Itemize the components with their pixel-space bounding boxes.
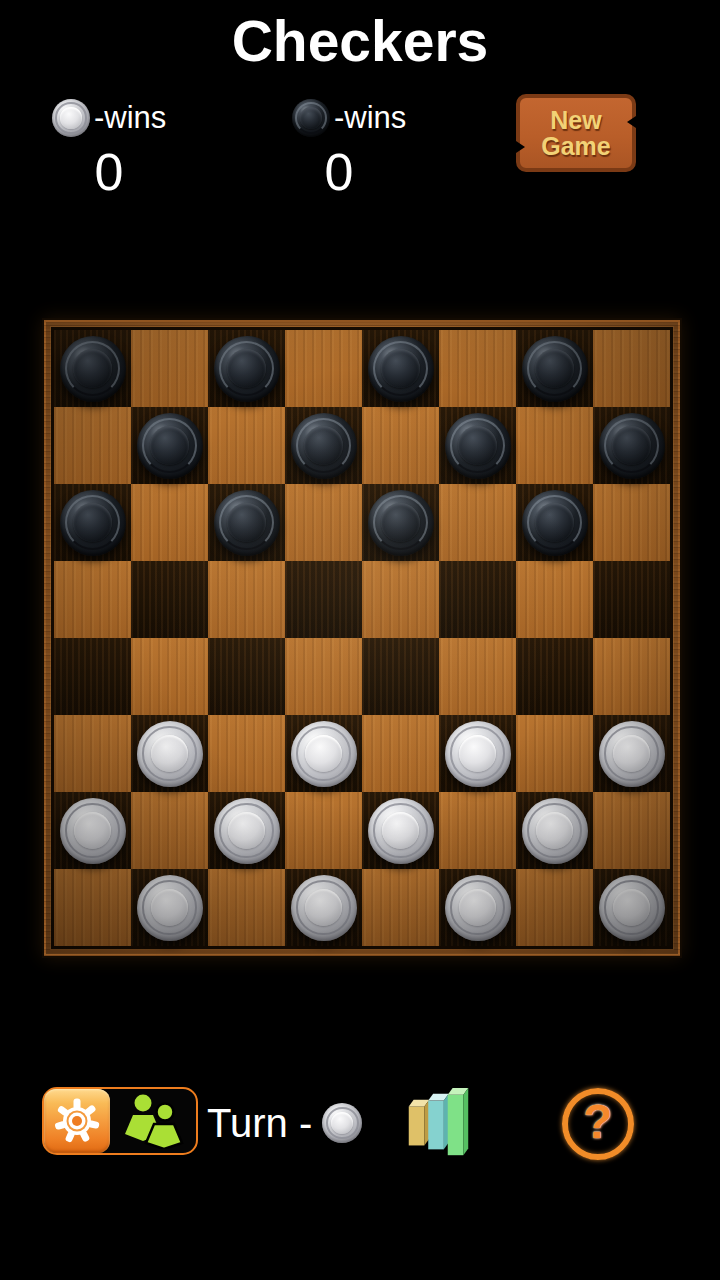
black-piece[interactable]: ⛂ xyxy=(60,490,126,556)
square-c4[interactable] xyxy=(208,638,285,715)
question-mark-glyph: ? xyxy=(583,1098,612,1146)
black-score-group: -wins 0 xyxy=(292,96,442,202)
square-g3[interactable] xyxy=(516,715,593,792)
bar-chart-icon xyxy=(406,1085,470,1163)
square-a8[interactable]: ⛂ xyxy=(54,330,131,407)
white-piece[interactable]: ⛀ xyxy=(137,721,203,787)
turn-indicator: Turn - xyxy=(207,1100,362,1146)
board-frame: ⛂⛂⛂⛂⛂⛂⛂⛂⛂⛂⛂⛂⛀⛀⛀⛀⛀⛀⛀⛀⛀⛀⛀⛀ xyxy=(42,318,682,958)
black-piece[interactable]: ⛂ xyxy=(214,336,280,402)
square-b6[interactable] xyxy=(131,484,208,561)
square-g5[interactable] xyxy=(516,561,593,638)
black-piece[interactable]: ⛂ xyxy=(368,336,434,402)
black-score-value: 0 xyxy=(274,142,404,202)
white-piece[interactable]: ⛀ xyxy=(445,875,511,941)
square-a3[interactable] xyxy=(54,715,131,792)
black-wins-label: -wins xyxy=(334,100,406,136)
players-button[interactable] xyxy=(110,1089,196,1153)
white-piece[interactable]: ⛀ xyxy=(599,875,665,941)
square-b2[interactable] xyxy=(131,792,208,869)
square-f3[interactable]: ⛀ xyxy=(439,715,516,792)
square-a2[interactable]: ⛀ xyxy=(54,792,131,869)
square-b8[interactable] xyxy=(131,330,208,407)
white-piece[interactable]: ⛀ xyxy=(368,798,434,864)
square-h6[interactable] xyxy=(593,484,670,561)
square-b5[interactable] xyxy=(131,561,208,638)
square-e8[interactable]: ⛂ xyxy=(362,330,439,407)
square-d6[interactable] xyxy=(285,484,362,561)
square-c5[interactable] xyxy=(208,561,285,638)
new-game-button[interactable]: New Game xyxy=(516,94,636,172)
square-f1[interactable]: ⛀ xyxy=(439,869,516,946)
settings-button[interactable] xyxy=(44,1089,110,1153)
square-c7[interactable] xyxy=(208,407,285,484)
white-piece[interactable]: ⛀ xyxy=(445,721,511,787)
black-piece[interactable]: ⛂ xyxy=(368,490,434,556)
turn-label: Turn - xyxy=(207,1100,312,1146)
square-g4[interactable] xyxy=(516,638,593,715)
new-game-label-line1: New xyxy=(550,107,601,133)
square-f6[interactable] xyxy=(439,484,516,561)
square-h1[interactable]: ⛀ xyxy=(593,869,670,946)
white-score-group: -wins 0 xyxy=(52,96,202,202)
square-g2[interactable]: ⛀ xyxy=(516,792,593,869)
square-e7[interactable] xyxy=(362,407,439,484)
square-f4[interactable] xyxy=(439,638,516,715)
square-f5[interactable] xyxy=(439,561,516,638)
gear-icon xyxy=(53,1097,101,1145)
white-piece[interactable]: ⛀ xyxy=(214,798,280,864)
square-e2[interactable]: ⛀ xyxy=(362,792,439,869)
square-b1[interactable]: ⛀ xyxy=(131,869,208,946)
square-f8[interactable] xyxy=(439,330,516,407)
square-a4[interactable] xyxy=(54,638,131,715)
square-g1[interactable] xyxy=(516,869,593,946)
square-f7[interactable]: ⛂ xyxy=(439,407,516,484)
white-piece[interactable]: ⛀ xyxy=(60,798,126,864)
black-piece[interactable]: ⛂ xyxy=(599,413,665,479)
square-f2[interactable] xyxy=(439,792,516,869)
square-h3[interactable]: ⛀ xyxy=(593,715,670,792)
stats-button[interactable] xyxy=(404,1084,472,1164)
square-g6[interactable]: ⛂ xyxy=(516,484,593,561)
square-a6[interactable]: ⛂ xyxy=(54,484,131,561)
square-e3[interactable] xyxy=(362,715,439,792)
square-a7[interactable] xyxy=(54,407,131,484)
square-h2[interactable] xyxy=(593,792,670,869)
square-d2[interactable] xyxy=(285,792,362,869)
black-piece[interactable]: ⛂ xyxy=(137,413,203,479)
square-b4[interactable] xyxy=(131,638,208,715)
two-players-icon xyxy=(120,1093,186,1149)
black-piece[interactable]: ⛂ xyxy=(291,413,357,479)
square-a1[interactable] xyxy=(54,869,131,946)
white-wins-label: -wins xyxy=(94,100,166,136)
white-piece[interactable]: ⛀ xyxy=(137,875,203,941)
white-checker-icon xyxy=(52,99,90,137)
black-piece[interactable]: ⛂ xyxy=(522,490,588,556)
white-score-line: -wins xyxy=(52,96,202,140)
white-piece[interactable]: ⛀ xyxy=(599,721,665,787)
white-piece[interactable]: ⛀ xyxy=(291,721,357,787)
black-piece[interactable]: ⛂ xyxy=(214,490,280,556)
square-c6[interactable]: ⛂ xyxy=(208,484,285,561)
square-e6[interactable]: ⛂ xyxy=(362,484,439,561)
square-e1[interactable] xyxy=(362,869,439,946)
black-piece[interactable]: ⛂ xyxy=(522,336,588,402)
square-c1[interactable] xyxy=(208,869,285,946)
square-d5[interactable] xyxy=(285,561,362,638)
square-h5[interactable] xyxy=(593,561,670,638)
square-d7[interactable]: ⛂ xyxy=(285,407,362,484)
black-score-line: -wins xyxy=(292,96,442,140)
black-piece[interactable]: ⛂ xyxy=(445,413,511,479)
square-a5[interactable] xyxy=(54,561,131,638)
help-button[interactable]: ? xyxy=(562,1088,634,1160)
square-d4[interactable] xyxy=(285,638,362,715)
app-screen: Checkers -wins 0 -wins 0 New Game ⛂⛂⛂⛂⛂⛂… xyxy=(0,0,720,1280)
white-score-value: 0 xyxy=(44,142,174,202)
square-c2[interactable]: ⛀ xyxy=(208,792,285,869)
square-g8[interactable]: ⛂ xyxy=(516,330,593,407)
black-piece[interactable]: ⛂ xyxy=(60,336,126,402)
square-b7[interactable]: ⛂ xyxy=(131,407,208,484)
white-piece[interactable]: ⛀ xyxy=(291,875,357,941)
square-d3[interactable]: ⛀ xyxy=(285,715,362,792)
white-piece[interactable]: ⛀ xyxy=(522,798,588,864)
black-checker-icon xyxy=(292,99,330,137)
turn-piece-icon xyxy=(322,1103,362,1143)
square-g7[interactable] xyxy=(516,407,593,484)
square-c3[interactable] xyxy=(208,715,285,792)
square-e4[interactable] xyxy=(362,638,439,715)
square-d8[interactable] xyxy=(285,330,362,407)
square-h8[interactable] xyxy=(593,330,670,407)
settings-players-group xyxy=(42,1087,198,1155)
square-c8[interactable]: ⛂ xyxy=(208,330,285,407)
square-b3[interactable]: ⛀ xyxy=(131,715,208,792)
square-d1[interactable]: ⛀ xyxy=(285,869,362,946)
new-game-label-line2: Game xyxy=(541,133,610,159)
board-grid: ⛂⛂⛂⛂⛂⛂⛂⛂⛂⛂⛂⛂⛀⛀⛀⛀⛀⛀⛀⛀⛀⛀⛀⛀ xyxy=(54,330,670,946)
square-h7[interactable]: ⛂ xyxy=(593,407,670,484)
page-title: Checkers xyxy=(0,6,720,76)
square-h4[interactable] xyxy=(593,638,670,715)
square-e5[interactable] xyxy=(362,561,439,638)
